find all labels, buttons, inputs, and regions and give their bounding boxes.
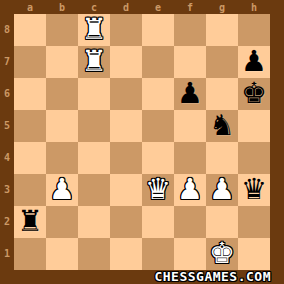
chess-board: ♜♜♟♟♚♞♟♛♟♟♛♜♚ (14, 14, 270, 270)
square-a3 (14, 174, 46, 206)
square-g8 (206, 14, 238, 46)
square-e7 (142, 46, 174, 78)
site-branding: CHESSGAMES.COM (154, 270, 271, 284)
piece-white-pawn-g3: ♟ (206, 174, 238, 206)
square-f8 (174, 14, 206, 46)
square-b8 (46, 14, 78, 46)
square-c3 (78, 174, 110, 206)
file-label-a: a (14, 1, 46, 14)
square-b5 (46, 110, 78, 142)
square-g1: ♚ (206, 238, 238, 270)
file-label-d: d (110, 1, 142, 14)
rank-label-1: 1 (0, 238, 14, 270)
rank-label-7: 7 (0, 46, 14, 78)
square-c7: ♜ (78, 46, 110, 78)
square-h4 (238, 142, 270, 174)
piece-black-knight-g5: ♞ (206, 110, 238, 142)
square-d5 (110, 110, 142, 142)
square-f5 (174, 110, 206, 142)
square-g3: ♟ (206, 174, 238, 206)
square-a2: ♜ (14, 206, 46, 238)
square-h3: ♛ (238, 174, 270, 206)
square-e4 (142, 142, 174, 174)
square-a4 (14, 142, 46, 174)
square-b2 (46, 206, 78, 238)
square-e2 (142, 206, 174, 238)
square-f1 (174, 238, 206, 270)
square-a8 (14, 14, 46, 46)
square-h2 (238, 206, 270, 238)
piece-white-pawn-f3: ♟ (174, 174, 206, 206)
rank-label-6: 6 (0, 78, 14, 110)
piece-black-pawn-f6: ♟ (174, 78, 206, 110)
square-b3: ♟ (46, 174, 78, 206)
square-e8 (142, 14, 174, 46)
square-g6 (206, 78, 238, 110)
square-g7 (206, 46, 238, 78)
square-a5 (14, 110, 46, 142)
square-e5 (142, 110, 174, 142)
square-a6 (14, 78, 46, 110)
rank-label-4: 4 (0, 142, 14, 174)
piece-white-queen-e3: ♛ (142, 174, 174, 206)
square-f4 (174, 142, 206, 174)
piece-black-pawn-h7: ♟ (238, 46, 270, 78)
square-h1 (238, 238, 270, 270)
square-c4 (78, 142, 110, 174)
chess-diagram: abcdefgh 87654321 ♜♜♟♟♚♞♟♛♟♟♛♜♚ CHESSGAM… (0, 0, 284, 284)
piece-black-king-h6: ♚ (238, 78, 270, 110)
piece-black-rook-a2: ♜ (14, 206, 46, 238)
square-c8: ♜ (78, 14, 110, 46)
square-h7: ♟ (238, 46, 270, 78)
square-h5 (238, 110, 270, 142)
square-f7 (174, 46, 206, 78)
square-d2 (110, 206, 142, 238)
square-c1 (78, 238, 110, 270)
square-g4 (206, 142, 238, 174)
piece-white-rook-c8: ♜ (78, 14, 110, 46)
square-f3: ♟ (174, 174, 206, 206)
square-d6 (110, 78, 142, 110)
file-label-e: e (142, 1, 174, 14)
square-e6 (142, 78, 174, 110)
square-d8 (110, 14, 142, 46)
file-label-g: g (206, 1, 238, 14)
file-label-b: b (46, 1, 78, 14)
square-c5 (78, 110, 110, 142)
rank-label-3: 3 (0, 174, 14, 206)
rank-label-2: 2 (0, 206, 14, 238)
square-a7 (14, 46, 46, 78)
square-a1 (14, 238, 46, 270)
square-b1 (46, 238, 78, 270)
square-g2 (206, 206, 238, 238)
square-g5: ♞ (206, 110, 238, 142)
square-h8 (238, 14, 270, 46)
piece-white-pawn-b3: ♟ (46, 174, 78, 206)
square-c2 (78, 206, 110, 238)
square-f2 (174, 206, 206, 238)
square-d7 (110, 46, 142, 78)
square-d3 (110, 174, 142, 206)
square-e3: ♛ (142, 174, 174, 206)
rank-label-8: 8 (0, 14, 14, 46)
piece-black-queen-h3: ♛ (238, 174, 270, 206)
piece-white-king-g1: ♚ (206, 238, 238, 270)
square-c6 (78, 78, 110, 110)
rank-label-5: 5 (0, 110, 14, 142)
square-e1 (142, 238, 174, 270)
square-h6: ♚ (238, 78, 270, 110)
square-b7 (46, 46, 78, 78)
square-b6 (46, 78, 78, 110)
square-b4 (46, 142, 78, 174)
square-d4 (110, 142, 142, 174)
square-d1 (110, 238, 142, 270)
piece-white-rook-c7: ♜ (78, 46, 110, 78)
file-label-h: h (238, 1, 270, 14)
square-f6: ♟ (174, 78, 206, 110)
file-label-f: f (174, 1, 206, 14)
